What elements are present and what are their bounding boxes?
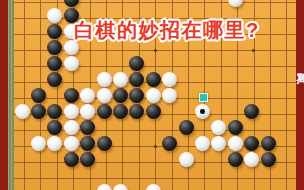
star-point <box>154 49 157 52</box>
grid-line <box>14 178 296 179</box>
white-stone[interactable] <box>47 136 62 151</box>
white-stone[interactable] <box>31 136 46 151</box>
black-stone[interactable] <box>244 136 259 151</box>
black-stone[interactable] <box>146 104 161 119</box>
white-stone[interactable] <box>162 88 177 103</box>
black-stone[interactable] <box>129 72 144 87</box>
black-stone[interactable] <box>31 88 46 103</box>
black-stone[interactable] <box>47 104 62 119</box>
white-stone[interactable] <box>97 72 112 87</box>
black-stone[interactable] <box>47 56 62 71</box>
black-stone[interactable] <box>47 120 62 135</box>
black-stone[interactable] <box>64 88 79 103</box>
banner-vertical-text: 对局 <box>295 62 304 66</box>
black-stone[interactable] <box>129 104 144 119</box>
black-stone[interactable] <box>129 56 144 71</box>
black-stone[interactable] <box>228 152 243 167</box>
black-stone[interactable] <box>47 72 62 87</box>
white-stone[interactable] <box>211 120 226 135</box>
white-stone[interactable] <box>97 88 112 103</box>
black-stone[interactable] <box>97 136 112 151</box>
white-stone[interactable] <box>47 8 62 23</box>
black-stone[interactable] <box>244 104 259 119</box>
black-stone[interactable] <box>80 136 95 151</box>
black-stone[interactable] <box>179 120 194 135</box>
star-point <box>252 49 255 52</box>
white-stone[interactable] <box>15 104 30 119</box>
black-stone[interactable] <box>146 72 161 87</box>
black-stone[interactable] <box>162 136 177 151</box>
black-stone[interactable] <box>31 104 46 119</box>
black-stone[interactable] <box>113 104 128 119</box>
black-stone[interactable] <box>97 104 112 119</box>
white-stone[interactable] <box>195 136 210 151</box>
white-stone[interactable] <box>162 72 177 87</box>
white-stone[interactable] <box>179 152 194 167</box>
white-stone[interactable] <box>64 136 79 151</box>
white-stone[interactable] <box>64 120 79 135</box>
white-stone[interactable] <box>146 88 161 103</box>
black-stone[interactable] <box>261 152 276 167</box>
mat-edge-strip <box>8 0 14 190</box>
white-stone[interactable] <box>211 136 226 151</box>
white-stone[interactable] <box>244 152 259 167</box>
black-stone[interactable] <box>80 120 95 135</box>
black-stone[interactable] <box>113 88 128 103</box>
go-app-screen: 对局 白棋的妙招在哪里? <box>0 0 304 190</box>
black-stone[interactable] <box>64 152 79 167</box>
white-stone[interactable] <box>113 72 128 87</box>
white-stone[interactable] <box>64 56 79 71</box>
black-stone[interactable] <box>47 40 62 55</box>
cursor-marker-icon <box>199 93 208 102</box>
black-stone[interactable] <box>228 120 243 135</box>
white-stone[interactable] <box>228 136 243 151</box>
black-stone[interactable] <box>129 88 144 103</box>
white-stone[interactable] <box>80 104 95 119</box>
black-stone[interactable] <box>47 24 62 39</box>
black-stone[interactable] <box>80 152 95 167</box>
white-stone[interactable] <box>64 104 79 119</box>
black-stone[interactable] <box>261 136 276 151</box>
side-banner-left <box>0 0 8 190</box>
star-point <box>154 145 157 148</box>
white-stone[interactable] <box>80 88 95 103</box>
white-stone[interactable] <box>195 104 210 119</box>
last-move-dot <box>200 109 205 114</box>
grid-line <box>14 2 296 3</box>
page-title: 白棋的妙招在哪里? <box>74 17 300 44</box>
